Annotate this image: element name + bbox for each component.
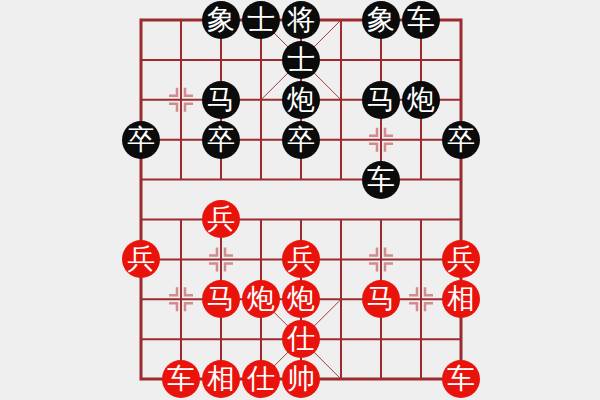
piece-red-cannon[interactable]: 炮: [242, 280, 280, 318]
piece-black-chariot[interactable]: 车: [362, 161, 400, 199]
piece-black-pawn[interactable]: 卒: [442, 121, 480, 159]
piece-black-pawn[interactable]: 卒: [202, 121, 240, 159]
piece-black-pawn[interactable]: 卒: [282, 121, 320, 159]
piece-red-general[interactable]: 帅: [282, 360, 320, 398]
piece-red-pawn[interactable]: 兵: [202, 200, 240, 238]
piece-black-cannon[interactable]: 炮: [282, 81, 320, 119]
piece-black-advisor[interactable]: 士: [282, 41, 320, 79]
piece-black-general[interactable]: 将: [282, 1, 320, 39]
piece-black-elephant[interactable]: 象: [202, 1, 240, 39]
piece-red-horse[interactable]: 马: [202, 280, 240, 318]
piece-red-elephant[interactable]: 相: [202, 360, 240, 398]
piece-black-horse[interactable]: 马: [362, 81, 400, 119]
piece-red-elephant[interactable]: 相: [442, 280, 480, 318]
piece-black-chariot[interactable]: 车: [402, 1, 440, 39]
board-grid[interactable]: 象士将象车士马炮马炮卒卒卒卒车兵兵兵兵马炮炮马相仕车相仕帅车: [121, 0, 481, 399]
piece-red-cannon[interactable]: 炮: [282, 280, 320, 318]
piece-black-cannon[interactable]: 炮: [402, 81, 440, 119]
piece-black-horse[interactable]: 马: [202, 81, 240, 119]
xiangqi-board-area[interactable]: 象士将象车士马炮马炮卒卒卒卒车兵兵兵兵马炮炮马相仕车相仕帅车: [0, 0, 600, 400]
piece-red-pawn[interactable]: 兵: [442, 240, 480, 278]
piece-red-pawn[interactable]: 兵: [282, 240, 320, 278]
piece-red-pawn[interactable]: 兵: [122, 240, 160, 278]
piece-red-advisor[interactable]: 仕: [242, 360, 280, 398]
piece-black-advisor[interactable]: 士: [242, 1, 280, 39]
piece-black-pawn[interactable]: 卒: [122, 121, 160, 159]
piece-red-advisor[interactable]: 仕: [282, 320, 320, 358]
piece-red-chariot[interactable]: 车: [442, 360, 480, 398]
piece-black-elephant[interactable]: 象: [362, 1, 400, 39]
piece-red-chariot[interactable]: 车: [162, 360, 200, 398]
piece-red-horse[interactable]: 马: [362, 280, 400, 318]
